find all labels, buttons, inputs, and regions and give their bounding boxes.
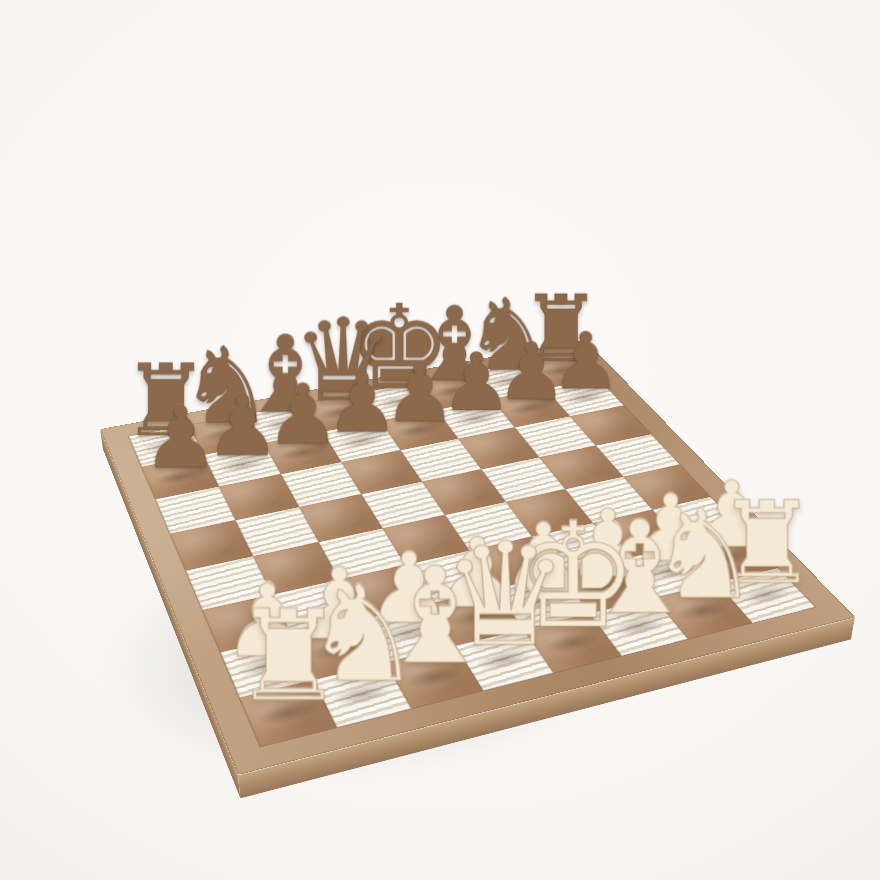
brown-p-glyph: ♟	[108, 400, 253, 478]
photo-background: ♜♞♝♛♚♝♞♜♟♟♟♟♟♟♟♟♟♟♟♟♟♟♟♟♜♞♝♛♚♝♞♜	[0, 0, 880, 880]
white-r-glyph: ♜	[200, 599, 378, 715]
